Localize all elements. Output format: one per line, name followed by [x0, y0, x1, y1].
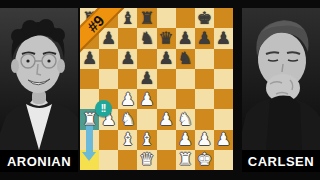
- board-grid: ♜♝♜♚♟♞♛♟♟♟♟♟♟♞♟♟♟♜♟♞♟♞♝♝♟♟♟♛♜♚: [80, 8, 233, 170]
- square-d7: ♞: [137, 28, 156, 48]
- square-b6: [99, 49, 118, 69]
- square-g6: [195, 49, 214, 69]
- square-e8: [157, 8, 176, 28]
- square-e2: [157, 130, 176, 150]
- piece-white-queen-d1: ♛: [139, 151, 154, 168]
- square-f7: ♟: [176, 28, 195, 48]
- piece-black-pawn-d5: ♟: [139, 70, 154, 87]
- square-b2: [99, 130, 118, 150]
- square-d8: ♜: [137, 8, 156, 28]
- carlsen-photo: [242, 8, 320, 150]
- square-c3: ♞: [118, 109, 137, 129]
- square-d2: ♝: [137, 130, 156, 150]
- square-f4: [176, 89, 195, 109]
- piece-black-pawn-g7: ♟: [197, 30, 212, 47]
- piece-white-rook-a3: ♜: [82, 111, 97, 128]
- square-f3: ♞: [176, 109, 195, 129]
- brilliant-move-label: !!: [101, 103, 106, 114]
- piece-white-pawn-e3: ♟: [158, 111, 173, 128]
- square-d5: ♟: [137, 69, 156, 89]
- piece-black-pawn-b7: ♟: [101, 30, 116, 47]
- piece-black-pawn-h7: ♟: [216, 30, 231, 47]
- square-b1: [99, 150, 118, 170]
- piece-black-pawn-c6: ♟: [120, 50, 135, 67]
- square-c1: [118, 150, 137, 170]
- aronian-photo: [0, 8, 78, 150]
- piece-white-pawn-d4: ♟: [139, 91, 154, 108]
- square-d3: [137, 109, 156, 129]
- piece-black-knight-f6: ♞: [178, 50, 193, 67]
- square-g2: ♟: [195, 130, 214, 150]
- piece-black-pawn-f7: ♟: [178, 30, 193, 47]
- square-c5: [118, 69, 137, 89]
- square-h2: ♟: [214, 130, 233, 150]
- square-h1: [214, 150, 233, 170]
- piece-white-knight-c3: ♞: [120, 111, 135, 128]
- piece-black-bishop-c8: ♝: [120, 10, 135, 27]
- square-f8: [176, 8, 195, 28]
- black-player-name: CARLSEN: [242, 150, 320, 172]
- piece-black-pawn-a6: ♟: [82, 50, 97, 67]
- piece-black-queen-e7: ♛: [158, 30, 173, 47]
- square-g7: ♟: [195, 28, 214, 48]
- piece-white-king-g1: ♚: [197, 151, 212, 168]
- square-c7: [118, 28, 137, 48]
- piece-white-pawn-g2: ♟: [197, 131, 212, 148]
- piece-black-rook-d8: ♜: [139, 10, 154, 27]
- aronian-portrait-icon: [0, 8, 78, 150]
- square-g1: ♚: [195, 150, 214, 170]
- square-d4: ♟: [137, 89, 156, 109]
- piece-white-pawn-h2: ♟: [216, 131, 231, 148]
- square-f1: ♜: [176, 150, 195, 170]
- square-h4: [214, 89, 233, 109]
- square-d6: [137, 49, 156, 69]
- piece-black-pawn-e6: ♟: [158, 50, 173, 67]
- square-d1: ♛: [137, 150, 156, 170]
- square-a5: [80, 69, 99, 89]
- piece-white-bishop-c2: ♝: [120, 131, 135, 148]
- chess-board: ♜♝♜♚♟♞♛♟♟♟♟♟♟♞♟♟♟♜♟♞♟♞♝♝♟♟♟♛♜♚ #9 !!: [80, 8, 233, 170]
- square-e5: [157, 69, 176, 89]
- square-g5: [195, 69, 214, 89]
- piece-white-pawn-f2: ♟: [178, 131, 193, 148]
- move-arrow-head: [82, 152, 96, 161]
- square-h5: [214, 69, 233, 89]
- square-f5: [176, 69, 195, 89]
- square-g8: ♚: [195, 8, 214, 28]
- square-e3: ♟: [157, 109, 176, 129]
- square-a6: ♟: [80, 49, 99, 69]
- square-h7: ♟: [214, 28, 233, 48]
- square-b5: [99, 69, 118, 89]
- square-e1: [157, 150, 176, 170]
- square-g3: [195, 109, 214, 129]
- square-f6: ♞: [176, 49, 195, 69]
- square-h6: [214, 49, 233, 69]
- square-f2: ♟: [176, 130, 195, 150]
- piece-white-pawn-c4: ♟: [120, 91, 135, 108]
- thumbnail: ARONIAN CARLSEN ♜♝♜♚♟♞♛♟♟♟♟♟♟♞♟♟♟♜♟♞♟♞♝♝…: [0, 0, 320, 180]
- square-e7: ♛: [157, 28, 176, 48]
- white-player-name: ARONIAN: [0, 150, 78, 172]
- square-b7: ♟: [99, 28, 118, 48]
- square-h8: [214, 8, 233, 28]
- square-c4: ♟: [118, 89, 137, 109]
- square-e6: ♟: [157, 49, 176, 69]
- square-c6: ♟: [118, 49, 137, 69]
- carlsen-portrait-icon: [242, 8, 320, 150]
- square-e4: [157, 89, 176, 109]
- brilliant-move-badge: !!: [95, 100, 112, 117]
- square-g4: [195, 89, 214, 109]
- piece-white-knight-f3: ♞: [178, 111, 193, 128]
- square-h3: [214, 109, 233, 129]
- piece-black-king-g8: ♚: [197, 10, 212, 27]
- piece-white-rook-f1: ♜: [178, 151, 193, 168]
- square-c2: ♝: [118, 130, 137, 150]
- piece-white-bishop-d2: ♝: [139, 131, 154, 148]
- piece-black-knight-d7: ♞: [139, 30, 154, 47]
